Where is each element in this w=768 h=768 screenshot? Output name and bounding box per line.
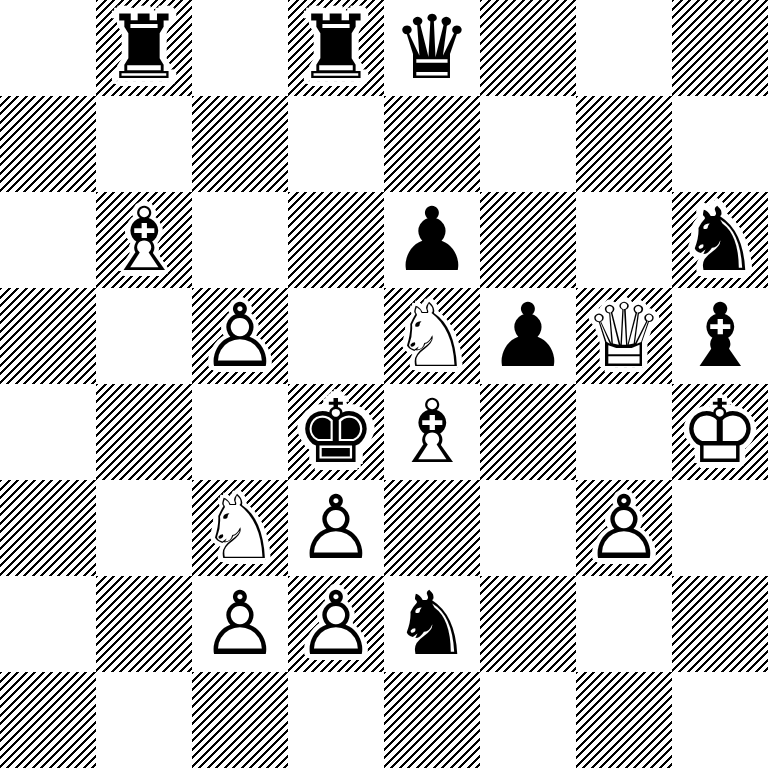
square-g1[interactable] [576,672,672,768]
square-a5[interactable] [0,288,96,384]
square-d6[interactable] [288,192,384,288]
square-e6[interactable]: ♟♟ [384,192,480,288]
black-rook-glyph: ♜ [288,0,384,96]
white-bishop-glyph: ♗ [384,384,480,480]
square-f2[interactable] [480,576,576,672]
square-a7[interactable] [0,96,96,192]
black-rook-glyph: ♜ [96,0,192,96]
square-e2[interactable]: ♞♞ [384,576,480,672]
square-d2[interactable]: ♟♙ [288,576,384,672]
square-f1[interactable] [480,672,576,768]
white-queen-glyph: ♕ [576,288,672,384]
piece-white-pawn-g3[interactable]: ♟♙ [576,480,672,576]
square-d4[interactable]: ♚♚ [288,384,384,480]
square-h8[interactable] [672,0,768,96]
white-king-glyph: ♔ [672,384,768,480]
square-a4[interactable] [0,384,96,480]
piece-white-pawn-c5[interactable]: ♟♙ [192,288,288,384]
square-f7[interactable] [480,96,576,192]
white-bishop-glyph: ♗ [96,192,192,288]
piece-white-pawn-d3[interactable]: ♟♙ [288,480,384,576]
square-h5[interactable]: ♝♝ [672,288,768,384]
square-c8[interactable] [192,0,288,96]
square-h1[interactable] [672,672,768,768]
piece-black-rook-d8[interactable]: ♜♜ [288,0,384,96]
square-b2[interactable] [96,576,192,672]
square-e7[interactable] [384,96,480,192]
piece-black-pawn-e6[interactable]: ♟♟ [384,192,480,288]
square-g2[interactable] [576,576,672,672]
square-c4[interactable] [192,384,288,480]
piece-black-knight-h6[interactable]: ♞♞ [672,192,768,288]
square-h2[interactable] [672,576,768,672]
black-king-glyph: ♚ [288,384,384,480]
square-b3[interactable] [96,480,192,576]
square-e8[interactable]: ♛♛ [384,0,480,96]
square-a3[interactable] [0,480,96,576]
square-c6[interactable] [192,192,288,288]
black-pawn-glyph: ♟ [480,288,576,384]
piece-white-queen-g5[interactable]: ♛♕ [576,288,672,384]
square-a1[interactable] [0,672,96,768]
square-c5[interactable]: ♟♙ [192,288,288,384]
black-queen-glyph: ♛ [384,0,480,96]
square-d5[interactable] [288,288,384,384]
piece-black-rook-b8[interactable]: ♜♜ [96,0,192,96]
square-a2[interactable] [0,576,96,672]
piece-white-king-h4[interactable]: ♚♔ [672,384,768,480]
piece-white-knight-e5[interactable]: ♞♘ [384,288,480,384]
square-b4[interactable] [96,384,192,480]
square-c1[interactable] [192,672,288,768]
square-c7[interactable] [192,96,288,192]
square-b6[interactable]: ♝♗ [96,192,192,288]
square-a6[interactable] [0,192,96,288]
square-f8[interactable] [480,0,576,96]
piece-black-pawn-f5[interactable]: ♟♟ [480,288,576,384]
square-d3[interactable]: ♟♙ [288,480,384,576]
white-pawn-glyph: ♙ [288,576,384,672]
piece-white-pawn-c2[interactable]: ♟♙ [192,576,288,672]
square-f4[interactable] [480,384,576,480]
square-c2[interactable]: ♟♙ [192,576,288,672]
square-b8[interactable]: ♜♜ [96,0,192,96]
square-d8[interactable]: ♜♜ [288,0,384,96]
black-pawn-glyph: ♟ [384,192,480,288]
square-g6[interactable] [576,192,672,288]
white-pawn-glyph: ♙ [192,576,288,672]
square-g4[interactable] [576,384,672,480]
square-g5[interactable]: ♛♕ [576,288,672,384]
black-bishop-glyph: ♝ [672,288,768,384]
piece-white-pawn-d2[interactable]: ♟♙ [288,576,384,672]
square-e4[interactable]: ♝♗ [384,384,480,480]
square-b5[interactable] [96,288,192,384]
square-d1[interactable] [288,672,384,768]
square-f5[interactable]: ♟♟ [480,288,576,384]
piece-white-knight-c3[interactable]: ♞♘ [192,480,288,576]
white-pawn-glyph: ♙ [192,288,288,384]
square-e3[interactable] [384,480,480,576]
square-h4[interactable]: ♚♔ [672,384,768,480]
piece-black-king-d4[interactable]: ♚♚ [288,384,384,480]
square-f6[interactable] [480,192,576,288]
piece-white-bishop-b6[interactable]: ♝♗ [96,192,192,288]
square-g8[interactable] [576,0,672,96]
square-f3[interactable] [480,480,576,576]
white-knight-glyph: ♘ [192,480,288,576]
piece-white-bishop-e4[interactable]: ♝♗ [384,384,480,480]
square-a8[interactable] [0,0,96,96]
black-knight-glyph: ♞ [672,192,768,288]
square-b7[interactable] [96,96,192,192]
square-b1[interactable] [96,672,192,768]
square-d7[interactable] [288,96,384,192]
square-g7[interactable] [576,96,672,192]
black-knight-glyph: ♞ [384,576,480,672]
white-pawn-glyph: ♙ [288,480,384,576]
square-h7[interactable] [672,96,768,192]
square-e5[interactable]: ♞♘ [384,288,480,384]
square-e1[interactable] [384,672,480,768]
chess-board: ♜♜♜♜♛♛♝♗♟♟♞♞♟♙♞♘♟♟♛♕♝♝♚♚♝♗♚♔♞♘♟♙♟♙♟♙♟♙♞♞ [0,0,768,768]
square-h3[interactable] [672,480,768,576]
square-g3[interactable]: ♟♙ [576,480,672,576]
square-h6[interactable]: ♞♞ [672,192,768,288]
piece-black-bishop-h5[interactable]: ♝♝ [672,288,768,384]
square-c3[interactable]: ♞♘ [192,480,288,576]
piece-black-knight-e2[interactable]: ♞♞ [384,576,480,672]
piece-black-queen-e8[interactable]: ♛♛ [384,0,480,96]
white-knight-glyph: ♘ [384,288,480,384]
white-pawn-glyph: ♙ [576,480,672,576]
